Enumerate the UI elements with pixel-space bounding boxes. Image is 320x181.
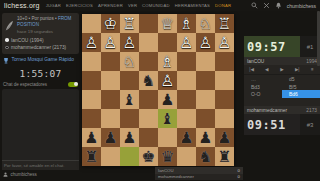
black-rook-piece: ♜ bbox=[85, 147, 99, 166]
nav-right: chumbichess bbox=[251, 2, 316, 9]
square-b3[interactable] bbox=[196, 52, 215, 71]
chat-input[interactable]: Por favor, sé amable en el chat. bbox=[2, 160, 79, 170]
notifications-bell-icon[interactable] bbox=[275, 2, 282, 9]
lichess-app: lichess.org JUGAREJERCICIOSAPRENDERVERCO… bbox=[0, 0, 320, 180]
square-a8[interactable]: ♜ bbox=[215, 147, 234, 166]
white-rook-piece: ♖ bbox=[123, 14, 137, 33]
black-pawn-piece: ♟ bbox=[123, 128, 137, 147]
square-b7[interactable]: ♟ bbox=[196, 128, 215, 147]
white-king-piece: ♔ bbox=[104, 14, 118, 33]
spectator-name[interactable]: chumbichess bbox=[11, 172, 37, 177]
menu-item-aprender[interactable]: APRENDER bbox=[98, 3, 123, 8]
black-player-link[interactable]: mohammedcanner (2173) bbox=[5, 45, 76, 50]
square-e1[interactable] bbox=[139, 14, 158, 33]
square-c8[interactable] bbox=[177, 147, 196, 166]
square-g6[interactable] bbox=[101, 109, 120, 128]
square-e5[interactable] bbox=[139, 90, 158, 109]
square-f8[interactable] bbox=[120, 147, 139, 166]
next-move-button[interactable]: ▶ bbox=[274, 65, 289, 74]
crosstable-player-name: IanCOU bbox=[158, 168, 174, 173]
square-g8[interactable] bbox=[101, 147, 120, 166]
square-h8[interactable]: ♜ bbox=[82, 147, 101, 166]
square-a1[interactable]: ♖ bbox=[215, 14, 234, 33]
white-pawn-piece: ♙ bbox=[180, 33, 194, 52]
game-started-ago: hace 19 segundos bbox=[17, 29, 76, 34]
black-bishop-piece: ♝ bbox=[123, 90, 137, 109]
square-c2[interactable]: ♙ bbox=[177, 33, 196, 52]
first-move-button[interactable]: |◀ bbox=[244, 65, 259, 74]
square-f2[interactable]: ♙ bbox=[120, 33, 139, 52]
square-f4[interactable] bbox=[120, 71, 139, 90]
black-bishop-piece: ♝ bbox=[161, 109, 175, 128]
white-pawn-piece: ♙ bbox=[85, 33, 99, 52]
square-c1[interactable]: ♗ bbox=[177, 14, 196, 33]
search-icon[interactable] bbox=[251, 2, 258, 9]
square-g2[interactable]: ♙ bbox=[101, 33, 120, 52]
black-pawn-piece: ♟ bbox=[161, 90, 175, 109]
black-clock-time: 09:51 bbox=[244, 114, 300, 135]
black-knight-piece: ♞ bbox=[142, 71, 156, 90]
square-a7[interactable]: ♟ bbox=[215, 128, 234, 147]
chess-board: ♔♖♕♗♘♖♙♙♙♙♙♙♘♗♞♙♝♟♝♟♟♟♟♟♟♜♚♛♞♜ bbox=[82, 14, 234, 166]
top-nav: lichess.org JUGAREJERCICIOSAPRENDERVERCO… bbox=[0, 0, 320, 11]
move-list: …d5Bd3Bf5O-OBd6 bbox=[244, 75, 320, 106]
chat-title: Chat de espectadores bbox=[3, 82, 47, 87]
square-a6[interactable] bbox=[215, 109, 234, 128]
crosstable-score: 0 bbox=[238, 174, 240, 179]
square-e8[interactable]: ♚ bbox=[139, 147, 158, 166]
move-white[interactable]: Bd3 bbox=[244, 83, 282, 91]
black-tournament-rank: #3 bbox=[300, 114, 320, 135]
chat-messages[interactable] bbox=[2, 89, 79, 160]
chat-header: Chat de espectadores bbox=[2, 82, 79, 87]
white-clock-time: 09:57 bbox=[244, 36, 300, 57]
crosstable-score: 0 bbox=[238, 168, 240, 173]
menu-item-comunidad[interactable]: COMUNIDAD bbox=[142, 3, 170, 8]
white-bishop-piece: ♗ bbox=[161, 52, 175, 71]
square-c7[interactable]: ♟ bbox=[177, 128, 196, 147]
square-e4[interactable]: ♞ bbox=[139, 71, 158, 90]
move-black[interactable]: Bf5 bbox=[282, 83, 320, 91]
white-pawn-piece: ♙ bbox=[199, 33, 213, 52]
black-pawn-piece: ♟ bbox=[199, 128, 213, 147]
tournament-link[interactable]: Torneo Mosqui Game Rápido bbox=[2, 57, 79, 66]
tournament-countdown: 1:55:07 bbox=[2, 68, 79, 79]
square-a4[interactable] bbox=[215, 71, 234, 90]
square-d1[interactable]: ♕ bbox=[158, 14, 177, 33]
black-player-rating: 2173 bbox=[306, 108, 317, 113]
white-color-icon bbox=[5, 38, 9, 42]
square-d5[interactable]: ♟ bbox=[158, 90, 177, 109]
black-rook-piece: ♜ bbox=[218, 147, 232, 166]
user-menu[interactable]: chumbichess bbox=[287, 3, 316, 9]
white-pawn-piece: ♙ bbox=[123, 33, 137, 52]
trophy-icon bbox=[3, 57, 9, 66]
prev-move-button[interactable]: ◀ bbox=[259, 65, 274, 74]
last-move-button[interactable]: ▶| bbox=[290, 65, 305, 74]
lichess-logo[interactable]: lichess.org bbox=[4, 2, 40, 9]
chat-toggle[interactable] bbox=[68, 82, 78, 87]
square-c3[interactable] bbox=[177, 52, 196, 71]
black-player-name: mohammedcanner bbox=[247, 108, 287, 113]
black-pawn-piece: ♟ bbox=[180, 128, 194, 147]
sidebar: 10+0 • Por puntos • FROM POSITION hace 1… bbox=[2, 13, 79, 178]
white-clock: 09:57 #1 bbox=[244, 36, 320, 57]
black-player-bar[interactable]: mohammedcanner 2173 bbox=[244, 106, 320, 114]
white-pawn-piece: ♙ bbox=[218, 33, 232, 52]
spectator-icon bbox=[3, 172, 8, 178]
square-h7[interactable]: ♟ bbox=[82, 128, 101, 147]
move-white[interactable]: … bbox=[244, 75, 282, 83]
black-king-piece: ♚ bbox=[142, 147, 156, 166]
menu-item-ver[interactable]: VER bbox=[128, 3, 137, 8]
menu-item-herramientas[interactable]: HERRAMIENTAS bbox=[175, 3, 210, 8]
white-bishop-piece: ♗ bbox=[180, 14, 194, 33]
square-b5[interactable] bbox=[196, 90, 215, 109]
square-b1[interactable]: ♘ bbox=[196, 14, 215, 33]
square-g1[interactable]: ♔ bbox=[101, 14, 120, 33]
square-d2[interactable] bbox=[158, 33, 177, 52]
crosstable-row[interactable]: mohammedcanner0 bbox=[155, 174, 243, 181]
square-g4[interactable] bbox=[101, 71, 120, 90]
square-d8[interactable]: ♛ bbox=[158, 147, 177, 166]
square-h4[interactable] bbox=[82, 71, 101, 90]
white-player-name: IanCOU bbox=[247, 59, 264, 64]
square-c5[interactable] bbox=[177, 90, 196, 109]
square-e6[interactable] bbox=[139, 109, 158, 128]
square-d7[interactable] bbox=[158, 128, 177, 147]
square-e3[interactable] bbox=[139, 52, 158, 71]
black-pawn-piece: ♟ bbox=[104, 128, 118, 147]
move-black[interactable]: d5 bbox=[282, 75, 320, 83]
white-pawn-piece: ♙ bbox=[104, 33, 118, 52]
square-h1[interactable] bbox=[82, 14, 101, 33]
black-pawn-piece: ♟ bbox=[85, 128, 99, 147]
square-f6[interactable] bbox=[120, 109, 139, 128]
square-a3[interactable] bbox=[215, 52, 234, 71]
square-h2[interactable]: ♙ bbox=[82, 33, 101, 52]
black-color-icon bbox=[5, 46, 9, 50]
crosstable-player-name: mohammedcanner bbox=[158, 174, 194, 179]
game-setup-text: 10+0 • Por puntos • FROM POSITION bbox=[17, 16, 76, 28]
square-b4[interactable] bbox=[196, 71, 215, 90]
square-h3[interactable] bbox=[82, 52, 101, 71]
board-menu-button[interactable]: ≡ bbox=[305, 65, 320, 74]
white-knight-piece: ♘ bbox=[199, 14, 213, 33]
game-panel: 09:57 #1 IanCOU 1994 |◀◀▶▶|≡ …d5Bd3Bf5O-… bbox=[244, 11, 320, 180]
square-b8[interactable]: ♞ bbox=[196, 147, 215, 166]
game-info-card: 10+0 • Por puntos • FROM POSITION hace 1… bbox=[2, 13, 79, 54]
white-knight-piece: ♘ bbox=[123, 52, 137, 71]
menu-item-jugar[interactable]: JUGAR bbox=[46, 3, 61, 8]
spectators-line: chumbichess bbox=[2, 172, 79, 178]
black-clock: 09:51 #3 bbox=[244, 114, 320, 135]
chat-placeholder: Por favor, sé amable en el chat. bbox=[4, 163, 64, 168]
menu-item-donar[interactable]: DONAR bbox=[215, 3, 231, 8]
square-g3[interactable] bbox=[101, 52, 120, 71]
square-b6[interactable] bbox=[196, 109, 215, 128]
square-g7[interactable]: ♟ bbox=[101, 128, 120, 147]
time-control-icon bbox=[5, 17, 14, 35]
challenge-icon[interactable] bbox=[263, 2, 270, 9]
square-c6[interactable] bbox=[177, 109, 196, 128]
square-e2[interactable] bbox=[139, 33, 158, 52]
main-menu: JUGAREJERCICIOSAPRENDERVERCOMUNIDADHERRA… bbox=[46, 3, 232, 8]
tournament-name: Torneo Mosqui Game Rápido bbox=[12, 57, 74, 63]
white-queen-piece: ♕ bbox=[161, 14, 175, 33]
white-player-link[interactable]: IanCOU (1994) bbox=[5, 38, 76, 43]
square-f1[interactable]: ♖ bbox=[120, 14, 139, 33]
square-h5[interactable] bbox=[82, 90, 101, 109]
square-f3[interactable]: ♘ bbox=[120, 52, 139, 71]
black-queen-piece: ♛ bbox=[161, 147, 175, 166]
black-pawn-piece: ♟ bbox=[218, 128, 232, 147]
square-h6[interactable] bbox=[82, 109, 101, 128]
move-nav: |◀◀▶▶|≡ bbox=[244, 65, 320, 75]
square-e7[interactable] bbox=[139, 128, 158, 147]
white-rook-piece: ♖ bbox=[218, 14, 232, 33]
square-f5[interactable]: ♝ bbox=[120, 90, 139, 109]
white-player-bar[interactable]: IanCOU 1994 bbox=[244, 57, 320, 65]
white-player-rating: 1994 bbox=[306, 59, 317, 64]
move-white[interactable]: O-O bbox=[244, 90, 282, 98]
square-b2[interactable]: ♙ bbox=[196, 33, 215, 52]
square-g5[interactable] bbox=[101, 90, 120, 109]
square-d6[interactable]: ♝ bbox=[158, 109, 177, 128]
white-pawn-piece: ♙ bbox=[161, 71, 175, 90]
move-black[interactable]: Bd6 bbox=[282, 90, 320, 98]
square-a5[interactable] bbox=[215, 90, 234, 109]
square-d3[interactable]: ♗ bbox=[158, 52, 177, 71]
square-a2[interactable]: ♙ bbox=[215, 33, 234, 52]
black-knight-piece: ♞ bbox=[199, 147, 213, 166]
square-f7[interactable]: ♟ bbox=[120, 128, 139, 147]
square-d4[interactable]: ♙ bbox=[158, 71, 177, 90]
square-c4[interactable] bbox=[177, 71, 196, 90]
menu-item-ejercicios[interactable]: EJERCICIOS bbox=[66, 3, 93, 8]
crosstable: IanCOU0mohammedcanner0 bbox=[155, 167, 243, 180]
